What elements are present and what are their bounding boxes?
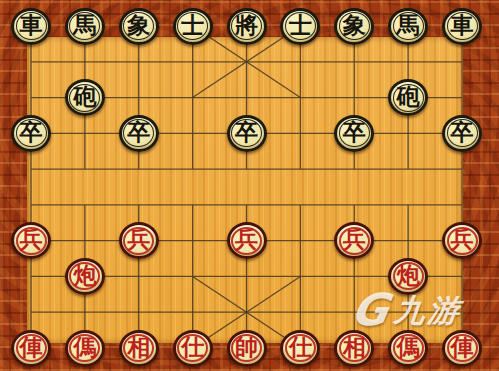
- piece-black-advisor[interactable]: 士: [280, 8, 320, 45]
- piece-black-soldier[interactable]: 卒: [11, 115, 51, 152]
- piece-red-cannon[interactable]: 炮: [388, 258, 428, 295]
- piece-glyph: 馬: [397, 14, 420, 37]
- piece-glyph: 卒: [235, 121, 258, 144]
- piece-glyph: 兵: [451, 228, 474, 251]
- piece-glyph: 炮: [397, 264, 420, 287]
- piece-glyph: 車: [451, 14, 474, 37]
- piece-glyph: 馬: [73, 14, 96, 37]
- piece-glyph: 象: [343, 14, 366, 37]
- piece-red-elephant[interactable]: 相: [119, 330, 159, 367]
- piece-glyph: 士: [181, 14, 204, 37]
- piece-black-soldier[interactable]: 卒: [119, 115, 159, 152]
- piece-glyph: 傌: [73, 336, 96, 359]
- piece-glyph: 兵: [343, 228, 366, 251]
- piece-red-soldier[interactable]: 兵: [227, 222, 267, 259]
- piece-red-chariot[interactable]: 俥: [11, 330, 51, 367]
- piece-glyph: 象: [127, 14, 150, 37]
- piece-red-soldier[interactable]: 兵: [11, 222, 51, 259]
- piece-glyph: 俥: [20, 336, 43, 359]
- piece-glyph: 相: [127, 336, 150, 359]
- piece-black-soldier[interactable]: 卒: [442, 115, 482, 152]
- piece-red-soldier[interactable]: 兵: [442, 222, 482, 259]
- piece-glyph: 兵: [127, 228, 150, 251]
- piece-glyph: 傌: [397, 336, 420, 359]
- piece-glyph: 炮: [73, 264, 96, 287]
- piece-glyph: 卒: [20, 121, 43, 144]
- piece-glyph: 帥: [235, 336, 258, 359]
- piece-glyph: 俥: [451, 336, 474, 359]
- piece-black-cannon[interactable]: 砲: [388, 79, 428, 116]
- piece-red-elephant[interactable]: 相: [334, 330, 374, 367]
- piece-black-soldier[interactable]: 卒: [227, 115, 267, 152]
- piece-glyph: 仕: [181, 336, 204, 359]
- piece-red-soldier[interactable]: 兵: [119, 222, 159, 259]
- piece-glyph: 卒: [127, 121, 150, 144]
- piece-black-elephant[interactable]: 象: [334, 8, 374, 45]
- piece-glyph: 仕: [289, 336, 312, 359]
- piece-red-advisor[interactable]: 仕: [280, 330, 320, 367]
- piece-black-cannon[interactable]: 砲: [65, 79, 105, 116]
- piece-black-general[interactable]: 將: [227, 8, 267, 45]
- piece-black-chariot[interactable]: 車: [442, 8, 482, 45]
- piece-red-cannon[interactable]: 炮: [65, 258, 105, 295]
- piece-glyph: 兵: [235, 228, 258, 251]
- piece-glyph: 士: [289, 14, 312, 37]
- piece-glyph: 砲: [73, 85, 96, 108]
- piece-glyph: 卒: [343, 121, 366, 144]
- xiangqi-board: G 九游 車馬象士將士象馬車砲砲卒卒卒卒卒兵兵兵兵兵炮炮俥傌相仕帥仕相傌俥: [0, 0, 499, 371]
- piece-glyph: 將: [235, 14, 258, 37]
- piece-glyph: 車: [20, 14, 43, 37]
- piece-glyph: 砲: [397, 85, 420, 108]
- piece-glyph: 卒: [451, 121, 474, 144]
- piece-black-soldier[interactable]: 卒: [334, 115, 374, 152]
- piece-black-horse[interactable]: 馬: [388, 8, 428, 45]
- piece-red-horse[interactable]: 傌: [65, 330, 105, 367]
- piece-red-advisor[interactable]: 仕: [173, 330, 213, 367]
- piece-glyph: 相: [343, 336, 366, 359]
- piece-glyph: 兵: [20, 228, 43, 251]
- piece-red-horse[interactable]: 傌: [388, 330, 428, 367]
- piece-red-chariot[interactable]: 俥: [442, 330, 482, 367]
- piece-black-chariot[interactable]: 車: [11, 8, 51, 45]
- piece-black-horse[interactable]: 馬: [65, 8, 105, 45]
- piece-black-advisor[interactable]: 士: [173, 8, 213, 45]
- piece-red-general[interactable]: 帥: [227, 330, 267, 367]
- piece-black-elephant[interactable]: 象: [119, 8, 159, 45]
